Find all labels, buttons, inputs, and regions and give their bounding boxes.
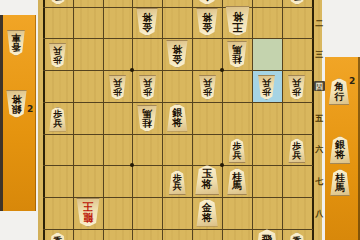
piece-kanji: 金 将	[202, 203, 212, 223]
board-grid-hline	[43, 229, 313, 230]
board-grid-vline	[192, 0, 193, 240]
piece-kanji: 角 行	[334, 82, 344, 101]
piece-kanji: 歩 兵	[53, 47, 62, 65]
board-grid-hline	[43, 38, 313, 39]
board-grid-vline	[103, 0, 104, 240]
piece-kanji: 金 将	[172, 44, 182, 64]
piece-kanji: 龍 王	[82, 202, 92, 222]
board-grid-hline	[43, 165, 313, 166]
piece-kanji: 銀 将	[172, 108, 182, 128]
board-grid-vline	[252, 0, 253, 240]
star-point	[220, 163, 224, 167]
board-grid-vline	[162, 0, 163, 240]
piece-kanji: 歩 兵	[113, 78, 122, 96]
rank-label-七: 七	[314, 176, 325, 186]
piece-kanji: 歩 兵	[53, 110, 62, 128]
piece-kanji: 銀 将	[335, 140, 345, 160]
star-point	[130, 68, 134, 72]
piece-kanji: 銀 将	[11, 94, 21, 114]
rank-label-三: 三	[314, 49, 325, 59]
board-grid-vline	[282, 0, 283, 240]
piece-kanji: 桂 馬	[142, 108, 152, 127]
piece-kanji: 桂 馬	[232, 172, 242, 191]
piece-kanji: 歩 兵	[233, 142, 242, 160]
board-grid-vline	[222, 0, 223, 240]
piece-kanji: 歩 兵	[143, 78, 152, 96]
piece-kanji: 香 車	[11, 34, 20, 52]
rank-label-四: 四	[314, 81, 325, 91]
piece-kanji: 歩 兵	[262, 78, 271, 96]
piece-kanji: 飛 車	[262, 234, 272, 240]
board-grid-hline	[43, 197, 313, 198]
piece-kanji: 桂 馬	[232, 45, 242, 64]
piece-kanji: 香 車	[53, 236, 62, 240]
piece-kanji: 桂 馬	[335, 173, 345, 192]
rank-label-五: 五	[314, 113, 325, 123]
rank-label-二: 二	[314, 18, 325, 28]
board-grid-hline	[43, 70, 313, 71]
rank-label-八: 八	[314, 208, 325, 218]
piece-kanji: 王 将	[232, 11, 243, 32]
hand-count-badge: 2	[349, 76, 355, 86]
board-grid-hline	[43, 102, 313, 103]
rank-label-六: 六	[314, 144, 325, 154]
piece-kanji: 香 車	[53, 0, 62, 1]
piece-kanji: 香 車	[292, 0, 301, 1]
piece-kanji: 金 将	[142, 13, 152, 33]
piece-kanji: 金 将	[202, 13, 212, 33]
square-highlight-move-from	[252, 38, 282, 70]
star-point	[130, 163, 134, 167]
hand-count-badge: 2	[27, 104, 33, 114]
board-grid-vline	[132, 0, 133, 240]
board-grid-vline	[43, 0, 45, 240]
piece-kanji: 歩 兵	[292, 78, 301, 96]
piece-kanji: 玉 将	[202, 169, 213, 190]
piece-kanji: 香 車	[292, 236, 301, 240]
board-grid-vline	[73, 0, 74, 240]
board-grid-hline	[43, 7, 313, 8]
shogi-app: 一二三四五六七八九 香 車金 将香 車金 将金 将王 将歩 兵金 将桂 馬歩 兵…	[0, 0, 360, 240]
piece-kanji: 歩 兵	[292, 142, 301, 160]
piece-kanji: 歩 兵	[203, 78, 212, 96]
piece-kanji: 金 将	[202, 0, 212, 1]
board-grid-hline	[43, 134, 313, 135]
piece-kanji: 歩 兵	[173, 174, 182, 192]
star-point	[220, 68, 224, 72]
